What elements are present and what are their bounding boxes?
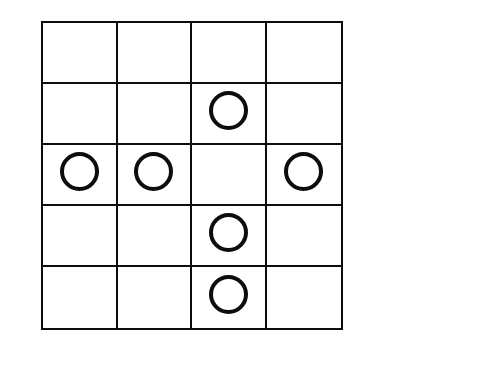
cell-r4c4[interactable] xyxy=(267,206,342,267)
cell-r5c2[interactable] xyxy=(118,267,193,328)
circle-mark xyxy=(209,275,248,314)
cell-r2c3[interactable] xyxy=(192,84,267,145)
cell-r4c3[interactable] xyxy=(192,206,267,267)
cell-r3c3[interactable] xyxy=(192,145,267,206)
circle-mark xyxy=(284,152,323,191)
circle-mark xyxy=(60,152,99,191)
cell-r2c1[interactable] xyxy=(43,84,118,145)
cell-r5c1[interactable] xyxy=(43,267,118,328)
cell-r1c1[interactable] xyxy=(43,23,118,84)
cell-r5c4[interactable] xyxy=(267,267,342,328)
puzzle-grid xyxy=(41,21,343,330)
cell-r3c1[interactable] xyxy=(43,145,118,206)
cell-r3c4[interactable] xyxy=(267,145,342,206)
cell-r2c4[interactable] xyxy=(267,84,342,145)
puzzle-screenshot xyxy=(0,0,500,379)
cell-r3c2[interactable] xyxy=(118,145,193,206)
cell-r1c3[interactable] xyxy=(192,23,267,84)
cell-r2c2[interactable] xyxy=(118,84,193,145)
cell-r4c2[interactable] xyxy=(118,206,193,267)
circle-mark xyxy=(209,91,248,130)
cell-r1c2[interactable] xyxy=(118,23,193,84)
cell-r1c4[interactable] xyxy=(267,23,342,84)
cell-r4c1[interactable] xyxy=(43,206,118,267)
circle-mark xyxy=(134,152,173,191)
cell-r5c3[interactable] xyxy=(192,267,267,328)
circle-mark xyxy=(209,213,248,252)
